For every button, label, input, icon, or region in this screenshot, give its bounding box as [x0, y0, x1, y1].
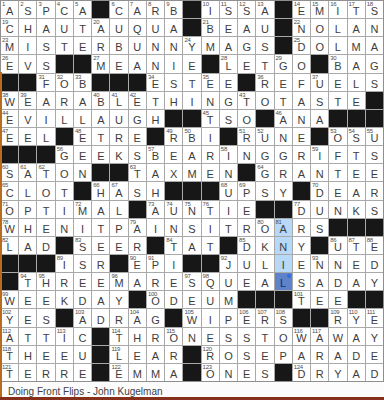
cell-r19c2[interactable]: T	[19, 328, 36, 345]
cell-r17c13[interactable]: M	[220, 291, 237, 308]
cell-r8c6[interactable]: T	[92, 128, 109, 145]
cell-r2c17[interactable]: 22N	[293, 19, 310, 36]
cell-r12c1[interactable]: 71O	[1, 201, 18, 218]
cell-r15c9[interactable]: 91P	[147, 255, 164, 272]
cell-r3c21[interactable]: A	[366, 37, 383, 54]
cell-r1c20[interactable]: 17T	[348, 1, 365, 18]
cell-r16c20[interactable]: A	[348, 273, 365, 290]
cell-r3c11[interactable]: 24Y	[183, 37, 200, 54]
cell-r9c21[interactable]: S	[366, 146, 383, 163]
cell-r3c5[interactable]: E	[74, 37, 91, 54]
cell-r3c9[interactable]: N	[147, 37, 164, 54]
cell-r19c7[interactable]: 114T	[110, 328, 127, 345]
cell-r14c6[interactable]: E	[92, 237, 109, 254]
cell-r5c19[interactable]: E	[329, 74, 346, 91]
cell-r21c10[interactable]: A	[165, 364, 182, 381]
cell-r15c6[interactable]: R	[92, 255, 109, 272]
cell-r2c8[interactable]: Q	[129, 19, 146, 36]
cell-r16c16[interactable]: L	[275, 273, 292, 290]
cell-r19c3[interactable]: T	[37, 328, 54, 345]
cell-r2c7[interactable]: U	[110, 19, 127, 36]
cell-r12c2[interactable]: P	[19, 201, 36, 218]
cell-r2c15[interactable]: U	[256, 19, 273, 36]
cell-r20c3[interactable]: E	[37, 346, 54, 363]
cell-r2c10[interactable]: A	[165, 19, 182, 36]
cell-r1c8[interactable]: 7A	[129, 1, 146, 18]
cell-r19c11[interactable]: N	[183, 328, 200, 345]
cell-r2c2[interactable]: H	[19, 19, 36, 36]
cell-r3c19[interactable]: L	[329, 37, 346, 54]
cell-r8c17[interactable]: E	[293, 128, 310, 145]
cell-r20c8[interactable]: E	[129, 346, 146, 363]
cell-r11c2[interactable]: L	[19, 182, 36, 199]
cell-r21c19[interactable]: Y	[329, 364, 346, 381]
cell-r6c18[interactable]: S	[311, 92, 328, 109]
cell-r7c4[interactable]: L	[56, 110, 73, 127]
cell-r21c15[interactable]: S	[256, 364, 273, 381]
cell-r11c16[interactable]: Y	[275, 182, 292, 199]
cell-r10c20[interactable]: E	[348, 164, 365, 181]
cell-r19c18[interactable]: 117A	[311, 328, 328, 345]
cell-r2c20[interactable]: A	[348, 19, 365, 36]
cell-r1c21[interactable]: 18S	[366, 1, 383, 18]
cell-r13c1[interactable]: 78W	[1, 219, 18, 236]
cell-r4c14[interactable]: E	[238, 55, 255, 72]
cell-r10c18[interactable]: N	[311, 164, 328, 181]
cell-r10c2[interactable]: 61A	[19, 164, 36, 181]
cell-r9c18[interactable]: 59I	[311, 146, 328, 163]
cell-r15c17[interactable]: E	[293, 255, 310, 272]
cell-r4c10[interactable]: I	[165, 55, 182, 72]
cell-r2c9[interactable]: U	[147, 19, 164, 36]
cell-r9c7[interactable]: K	[110, 146, 127, 163]
cell-r14c14[interactable]: 85D	[238, 237, 255, 254]
cell-r2c12[interactable]: 21B	[202, 19, 219, 36]
cell-r12c10[interactable]: 74U	[165, 201, 182, 218]
cell-r6c20[interactable]: E	[348, 92, 365, 109]
cell-r20c20[interactable]: D	[348, 346, 365, 363]
cell-r9c4[interactable]: 56G	[56, 146, 73, 163]
cell-r16c15[interactable]: A	[256, 273, 273, 290]
cell-r7c9[interactable]: H	[147, 110, 164, 127]
cell-r20c18[interactable]: R	[311, 346, 328, 363]
cell-r16c17[interactable]: S	[293, 273, 310, 290]
cell-r19c20[interactable]: A	[348, 328, 365, 345]
cell-r9c19[interactable]: F	[329, 146, 346, 163]
cell-r4c3[interactable]: S	[37, 55, 54, 72]
cell-r17c5[interactable]: D	[74, 291, 91, 308]
cell-r9c8[interactable]: S	[129, 146, 146, 163]
cell-r6c5[interactable]: A	[74, 92, 91, 109]
cell-r14c5[interactable]: 83S	[74, 237, 91, 254]
cell-r4c15[interactable]: T	[256, 55, 273, 72]
cell-r10c10[interactable]: X	[165, 164, 182, 181]
cell-r20c16[interactable]: P	[275, 346, 292, 363]
cell-r3c13[interactable]: A	[220, 37, 237, 54]
cell-r9c13[interactable]: 58I	[220, 146, 237, 163]
cell-r18c3[interactable]: S	[37, 309, 54, 326]
cell-r3c7[interactable]: B	[110, 37, 127, 54]
cell-r5c16[interactable]: E	[275, 74, 292, 91]
cell-r10c12[interactable]: E	[202, 164, 219, 181]
cell-r16c8[interactable]: A	[129, 273, 146, 290]
cell-r20c1[interactable]: 118T	[1, 346, 18, 363]
cell-r3c18[interactable]: O	[311, 37, 328, 54]
cell-r19c4[interactable]: 113I	[56, 328, 73, 345]
cell-r10c3[interactable]: 62T	[37, 164, 54, 181]
cell-r10c19[interactable]: T	[329, 164, 346, 181]
cell-r1c7[interactable]: 6C	[110, 1, 127, 18]
cell-r17c10[interactable]: D	[165, 291, 182, 308]
cell-r16c18[interactable]: A	[311, 273, 328, 290]
cell-r1c3[interactable]: 3P	[37, 1, 54, 18]
cell-r16c13[interactable]: U	[220, 273, 237, 290]
cell-r20c7[interactable]: 119L	[110, 346, 127, 363]
cell-r4c21[interactable]: G	[366, 55, 383, 72]
cell-r6c7[interactable]: 41L	[110, 92, 127, 109]
cell-r11c7[interactable]: 67A	[110, 182, 127, 199]
cell-r3c15[interactable]: S	[256, 37, 273, 54]
cell-r20c15[interactable]: E	[256, 346, 273, 363]
cell-r12c18[interactable]: U	[311, 201, 328, 218]
cell-r20c13[interactable]: O	[220, 346, 237, 363]
cell-r11c3[interactable]: O	[37, 182, 54, 199]
cell-r17c11[interactable]: E	[183, 291, 200, 308]
cell-r20c4[interactable]: E	[56, 346, 73, 363]
cell-r11c8[interactable]: S	[129, 182, 146, 199]
cell-r8c5[interactable]: 48E	[74, 128, 91, 145]
cell-r11c21[interactable]: R	[366, 182, 383, 199]
cell-r7c3[interactable]: I	[37, 110, 54, 127]
cell-r20c10[interactable]: R	[165, 346, 182, 363]
cell-r7c18[interactable]: A	[311, 110, 328, 127]
cell-r14c21[interactable]: 88E	[366, 237, 383, 254]
cell-r19c21[interactable]: Y	[366, 328, 383, 345]
cell-r4c9[interactable]: N	[147, 55, 164, 72]
cell-r9c5[interactable]: E	[74, 146, 91, 163]
cell-r5c20[interactable]: L	[348, 74, 365, 91]
cell-r4c13[interactable]: 28L	[220, 55, 237, 72]
cell-r12c7[interactable]: L	[110, 201, 127, 218]
cell-r21c21[interactable]: D	[366, 364, 383, 381]
cell-r3c1[interactable]: 23M	[1, 37, 18, 54]
cell-r1c15[interactable]: 13A	[256, 1, 273, 18]
cell-r20c14[interactable]: S	[238, 346, 255, 363]
cell-r17c12[interactable]: U	[202, 291, 219, 308]
cell-r9c9[interactable]: 57B	[147, 146, 164, 163]
cell-r10c16[interactable]: R	[275, 164, 292, 181]
cell-r15c18[interactable]: 93N	[311, 255, 328, 272]
cell-r14c20[interactable]: 87T	[348, 237, 365, 254]
cell-r5c21[interactable]: S	[366, 74, 383, 91]
cell-r13c16[interactable]: 81A	[275, 219, 292, 236]
cell-r20c5[interactable]: U	[74, 346, 91, 363]
cell-r18c13[interactable]: P	[220, 309, 237, 326]
cell-r12c3[interactable]: T	[37, 201, 54, 218]
cell-r1c5[interactable]: 5A	[74, 1, 91, 18]
cell-r3c10[interactable]: N	[165, 37, 182, 54]
cell-r11c4[interactable]: T	[56, 182, 73, 199]
cell-r5c5[interactable]: 33B	[74, 74, 91, 91]
cell-r19c15[interactable]: T	[256, 328, 273, 345]
cell-r18c11[interactable]: 105W	[183, 309, 200, 326]
cell-r18c19[interactable]: 109R	[329, 309, 346, 326]
cell-r6c3[interactable]: A	[37, 92, 54, 109]
cell-r17c4[interactable]: K	[56, 291, 73, 308]
cell-r18c15[interactable]: 107R	[256, 309, 273, 326]
cell-r15c15[interactable]: L	[256, 255, 273, 272]
cell-r17c9[interactable]: 100O	[147, 291, 164, 308]
cell-r12c5[interactable]: 72M	[74, 201, 91, 218]
cell-r17c18[interactable]: E	[311, 291, 328, 308]
cell-r14c19[interactable]: 86U	[329, 237, 346, 254]
cell-r4c20[interactable]: A	[348, 55, 365, 72]
cell-r3c2[interactable]: I	[19, 37, 36, 54]
cell-r15c8[interactable]: 90E	[129, 255, 146, 272]
cell-r13c9[interactable]: I	[147, 219, 164, 236]
cell-r6c8[interactable]: 42E	[129, 92, 146, 109]
cell-r8c14[interactable]: 51R	[238, 128, 255, 145]
cell-r16c7[interactable]: 96M	[110, 273, 127, 290]
cell-r6c13[interactable]: G	[220, 92, 237, 109]
cell-r10c1[interactable]: 60S	[1, 164, 18, 181]
cell-r1c1[interactable]: 1A	[1, 1, 18, 18]
cell-r13c13[interactable]: T	[220, 219, 237, 236]
cell-r16c19[interactable]: D	[329, 273, 346, 290]
cell-r5c9[interactable]: 34E	[147, 74, 164, 91]
cell-r13c4[interactable]: N	[56, 219, 73, 236]
cell-r4c8[interactable]: A	[129, 55, 146, 72]
cell-r5c17[interactable]: F	[293, 74, 310, 91]
cell-r11c14[interactable]: 69P	[238, 182, 255, 199]
cell-r5c15[interactable]: 36R	[256, 74, 273, 91]
cell-r19c9[interactable]: R	[147, 328, 164, 345]
cell-r16c4[interactable]: R	[56, 273, 73, 290]
cell-r9c11[interactable]: A	[183, 146, 200, 163]
cell-r6c16[interactable]: T	[275, 92, 292, 109]
cell-r7c16[interactable]: 46A	[275, 110, 292, 127]
cell-r13c14[interactable]: R	[238, 219, 255, 236]
cell-r3c12[interactable]: M	[202, 37, 219, 54]
cell-r7c13[interactable]: S	[220, 110, 237, 127]
cell-r14c8[interactable]: R	[129, 237, 146, 254]
cell-r19c14[interactable]: S	[238, 328, 255, 345]
cell-r1c17[interactable]: 14E	[293, 1, 310, 18]
cell-r19c19[interactable]: W	[329, 328, 346, 345]
cell-r19c1[interactable]: 112A	[1, 328, 18, 345]
cell-r2c4[interactable]: U	[56, 19, 73, 36]
cell-r12c13[interactable]: I	[220, 201, 237, 218]
cell-r5c13[interactable]: E	[220, 74, 237, 91]
cell-r15c4[interactable]: 89I	[56, 255, 73, 272]
cell-r5c12[interactable]: 35E	[202, 74, 219, 91]
cell-r12c9[interactable]: 73A	[147, 201, 164, 218]
cell-r8c10[interactable]: 49R	[165, 128, 182, 145]
cell-r4c19[interactable]: 30B	[329, 55, 346, 72]
cell-r1c10[interactable]: 9B	[165, 1, 182, 18]
cell-r15c10[interactable]: I	[165, 255, 182, 272]
cell-r4c1[interactable]: 26E	[1, 55, 18, 72]
cell-r3c14[interactable]: G	[238, 37, 255, 54]
cell-r9c12[interactable]: R	[202, 146, 219, 163]
cell-r4c11[interactable]: E	[183, 55, 200, 72]
cell-r7c7[interactable]: U	[110, 110, 127, 127]
cell-r12c12[interactable]: 76T	[202, 201, 219, 218]
cell-r9c15[interactable]: G	[256, 146, 273, 163]
cell-r18c5[interactable]: 103A	[74, 309, 91, 326]
cell-r18c12[interactable]: I	[202, 309, 219, 326]
cell-r11c18[interactable]: 70D	[311, 182, 328, 199]
cell-r19c13[interactable]: S	[220, 328, 237, 345]
cell-r14c17[interactable]: Y	[293, 237, 310, 254]
cell-r18c7[interactable]: R	[110, 309, 127, 326]
cell-r14c10[interactable]: 84T	[165, 237, 182, 254]
cell-r18c16[interactable]: 108S	[275, 309, 292, 326]
cell-r8c15[interactable]: 52U	[256, 128, 273, 145]
cell-r9c20[interactable]: T	[348, 146, 365, 163]
cell-r16c6[interactable]: E	[92, 273, 109, 290]
cell-r16c12[interactable]: 98Q	[202, 273, 219, 290]
cell-r12c6[interactable]: A	[92, 201, 109, 218]
cell-r11c15[interactable]: S	[256, 182, 273, 199]
cell-r2c1[interactable]: 19C	[1, 19, 18, 36]
cell-r8c2[interactable]: E	[19, 128, 36, 145]
cell-r8c16[interactable]: N	[275, 128, 292, 145]
cell-r6c10[interactable]: H	[165, 92, 182, 109]
cell-r2c21[interactable]: N	[366, 19, 383, 36]
cell-r12c11[interactable]: 75N	[183, 201, 200, 218]
cell-r11c19[interactable]: E	[329, 182, 346, 199]
cell-r1c19[interactable]: 16I	[329, 1, 346, 18]
cell-r4c17[interactable]: O	[293, 55, 310, 72]
cell-r16c11[interactable]: 97S	[183, 273, 200, 290]
cell-r2c3[interactable]: A	[37, 19, 54, 36]
cell-r6c9[interactable]: T	[147, 92, 164, 109]
cell-r19c8[interactable]: H	[129, 328, 146, 345]
cell-r11c1[interactable]: 65C	[1, 182, 18, 199]
cell-r21c17[interactable]: 124D	[293, 364, 310, 381]
cell-r18c2[interactable]: E	[19, 309, 36, 326]
cell-r8c11[interactable]: 50B	[183, 128, 200, 145]
cell-r10c5[interactable]: N	[74, 164, 91, 181]
cell-r17c2[interactable]: E	[19, 291, 36, 308]
cell-r20c21[interactable]: E	[366, 346, 383, 363]
cell-r15c13[interactable]: 92J	[220, 255, 237, 272]
cell-r8c21[interactable]: 55U	[366, 128, 383, 145]
cell-r1c13[interactable]: 11S	[220, 1, 237, 18]
cell-r21c5[interactable]: E	[74, 364, 91, 381]
cell-r8c20[interactable]: 54S	[348, 128, 365, 145]
cell-r16c21[interactable]: Y	[366, 273, 383, 290]
cell-r8c1[interactable]: 47E	[1, 128, 18, 145]
cell-r7c17[interactable]: N	[293, 110, 310, 127]
cell-r16c9[interactable]: R	[147, 273, 164, 290]
cell-r7c2[interactable]: V	[19, 110, 36, 127]
cell-r18c6[interactable]: D	[92, 309, 109, 326]
cell-r13c3[interactable]: E	[37, 219, 54, 236]
cell-r6c11[interactable]: I	[183, 92, 200, 109]
cell-r3c3[interactable]: S	[37, 37, 54, 54]
cell-r10c13[interactable]: N	[220, 164, 237, 181]
cell-r6c6[interactable]: 40B	[92, 92, 109, 109]
cell-r6c19[interactable]: T	[329, 92, 346, 109]
cell-r19c10[interactable]: 115O	[165, 328, 182, 345]
cell-r5c4[interactable]: 32O	[56, 74, 73, 91]
cell-r10c9[interactable]: A	[147, 164, 164, 181]
crossword-grid[interactable]: 1A2S3P4C5A6C7A8R9B10I11S12S13A14E15M16I1…	[0, 0, 384, 382]
cell-r14c2[interactable]: A	[19, 237, 36, 254]
cell-r12c20[interactable]: K	[348, 201, 365, 218]
cell-r10c15[interactable]: 64G	[256, 164, 273, 181]
cell-r10c21[interactable]: E	[366, 164, 383, 181]
cell-r9c16[interactable]: G	[275, 146, 292, 163]
cell-r12c19[interactable]: N	[329, 201, 346, 218]
cell-r21c12[interactable]: 123O	[202, 364, 219, 381]
cell-r1c14[interactable]: 12S	[238, 1, 255, 18]
cell-r20c19[interactable]: A	[329, 346, 346, 363]
cell-r12c21[interactable]: S	[366, 201, 383, 218]
cell-r16c5[interactable]: E	[74, 273, 91, 290]
cell-r8c3[interactable]: L	[37, 128, 54, 145]
cell-r21c8[interactable]: M	[129, 364, 146, 381]
cell-r16c10[interactable]: E	[165, 273, 182, 290]
cell-r13c6[interactable]: T	[92, 219, 109, 236]
cell-r16c3[interactable]: 95H	[37, 273, 54, 290]
cell-r10c11[interactable]: M	[183, 164, 200, 181]
cell-r21c2[interactable]: E	[19, 364, 36, 381]
cell-r17c1[interactable]: 99W	[1, 291, 18, 308]
cell-r19c16[interactable]: O	[275, 328, 292, 345]
cell-r9c6[interactable]: E	[92, 146, 109, 163]
cell-r2c13[interactable]: E	[220, 19, 237, 36]
cell-r19c12[interactable]: E	[202, 328, 219, 345]
cell-r21c9[interactable]: M	[147, 364, 164, 381]
cell-r8c12[interactable]: I	[202, 128, 219, 145]
cell-r9c17[interactable]: R	[293, 146, 310, 163]
cell-r8c8[interactable]: E	[129, 128, 146, 145]
cell-r18c14[interactable]: 106E	[238, 309, 255, 326]
cell-r21c3[interactable]: R	[37, 364, 54, 381]
cell-r13c10[interactable]: N	[165, 219, 182, 236]
cell-r13c15[interactable]: 80O	[256, 219, 273, 236]
cell-r8c19[interactable]: 53O	[329, 128, 346, 145]
cell-r19c5[interactable]: C	[74, 328, 91, 345]
cell-r1c18[interactable]: 15M	[311, 1, 328, 18]
cell-r2c6[interactable]: 20A	[92, 19, 109, 36]
cell-r17c7[interactable]: Y	[110, 291, 127, 308]
cell-r14c16[interactable]: N	[275, 237, 292, 254]
cell-r15c20[interactable]: E	[348, 255, 365, 272]
cell-r14c3[interactable]: D	[37, 237, 54, 254]
cell-r1c4[interactable]: 4C	[56, 1, 73, 18]
cell-r6c14[interactable]: 43T	[238, 92, 255, 109]
cell-r16c2[interactable]: 94T	[19, 273, 36, 290]
cell-r12c17[interactable]: 77D	[293, 201, 310, 218]
cell-r2c5[interactable]: T	[74, 19, 91, 36]
cell-r17c6[interactable]: A	[92, 291, 109, 308]
cell-r7c12[interactable]: 45T	[202, 110, 219, 127]
cell-r21c13[interactable]: N	[220, 364, 237, 381]
cell-r14c12[interactable]: T	[202, 237, 219, 254]
cell-r9c14[interactable]: N	[238, 146, 255, 163]
cell-r14c11[interactable]: A	[183, 237, 200, 254]
cell-r17c3[interactable]: E	[37, 291, 54, 308]
cell-r4c7[interactable]: E	[110, 55, 127, 72]
cell-r19c17[interactable]: 116W	[293, 328, 310, 345]
cell-r1c9[interactable]: 8R	[147, 1, 164, 18]
cell-r17c17[interactable]: 101T	[293, 291, 310, 308]
cell-r14c1[interactable]: 82L	[1, 237, 18, 254]
